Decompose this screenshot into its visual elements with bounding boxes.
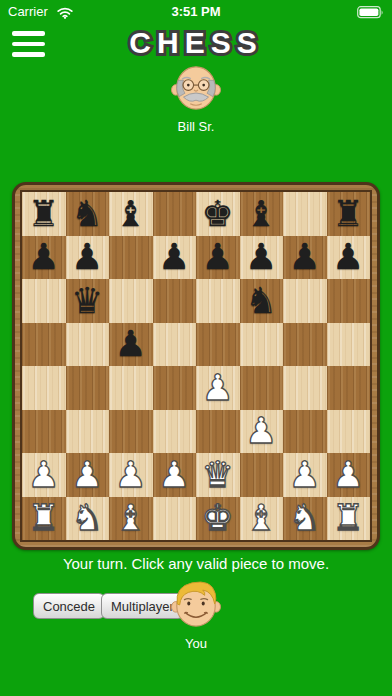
piece-wp[interactable]: ♟ xyxy=(71,457,103,493)
piece-wp[interactable]: ♟ xyxy=(158,457,190,493)
piece-bp[interactable]: ♟ xyxy=(71,239,103,275)
square-f2[interactable] xyxy=(240,453,284,497)
square-c8[interactable]: ♝ xyxy=(109,192,153,236)
square-g7[interactable]: ♟ xyxy=(283,236,327,280)
square-g4[interactable] xyxy=(283,366,327,410)
piece-wp[interactable]: ♟ xyxy=(245,413,277,449)
piece-bp[interactable]: ♟ xyxy=(28,239,60,275)
square-f6[interactable]: ♞ xyxy=(240,279,284,323)
piece-bq[interactable]: ♛ xyxy=(71,283,103,319)
piece-bn[interactable]: ♞ xyxy=(245,283,277,319)
square-h8[interactable]: ♜ xyxy=(327,192,371,236)
square-d6[interactable] xyxy=(153,279,197,323)
square-h3[interactable] xyxy=(327,410,371,454)
status-bar: Carrier 3:51 PM xyxy=(0,0,392,22)
square-c1[interactable]: ♝ xyxy=(109,497,153,541)
opponent-name: Bill Sr. xyxy=(178,119,215,134)
square-d3[interactable] xyxy=(153,410,197,454)
square-e8[interactable]: ♚ xyxy=(196,192,240,236)
piece-bb[interactable]: ♝ xyxy=(245,196,277,232)
opponent-panel: Bill Sr. xyxy=(0,62,392,134)
square-a3[interactable] xyxy=(22,410,66,454)
player-name: You xyxy=(185,636,207,651)
square-a1[interactable]: ♜ xyxy=(22,497,66,541)
square-f7[interactable]: ♟ xyxy=(240,236,284,280)
square-b4[interactable] xyxy=(66,366,110,410)
piece-wr[interactable]: ♜ xyxy=(332,500,364,536)
piece-wp[interactable]: ♟ xyxy=(115,457,147,493)
square-c5[interactable]: ♟ xyxy=(109,323,153,367)
square-d1[interactable] xyxy=(153,497,197,541)
square-e7[interactable]: ♟ xyxy=(196,236,240,280)
square-h2[interactable]: ♟ xyxy=(327,453,371,497)
piece-wk[interactable]: ♚ xyxy=(202,500,234,536)
piece-bk[interactable]: ♚ xyxy=(202,196,234,232)
piece-wp[interactable]: ♟ xyxy=(332,457,364,493)
square-e5[interactable] xyxy=(196,323,240,367)
square-d2[interactable]: ♟ xyxy=(153,453,197,497)
opponent-avatar xyxy=(171,62,221,116)
square-h5[interactable] xyxy=(327,323,371,367)
square-e3[interactable] xyxy=(196,410,240,454)
square-d7[interactable]: ♟ xyxy=(153,236,197,280)
square-c2[interactable]: ♟ xyxy=(109,453,153,497)
piece-bp[interactable]: ♟ xyxy=(115,326,147,362)
turn-status-message: Your turn. Click any valid piece to move… xyxy=(0,555,392,572)
app-screen: Carrier 3:51 PM CHESS CHESS xyxy=(0,0,392,696)
piece-wp[interactable]: ♟ xyxy=(202,370,234,406)
clock-time: 3:51 PM xyxy=(0,4,392,19)
piece-bp[interactable]: ♟ xyxy=(158,239,190,275)
square-d8[interactable] xyxy=(153,192,197,236)
piece-wp[interactable]: ♟ xyxy=(289,457,321,493)
piece-wp[interactable]: ♟ xyxy=(28,457,60,493)
square-f8[interactable]: ♝ xyxy=(240,192,284,236)
square-a8[interactable]: ♜ xyxy=(22,192,66,236)
square-h1[interactable]: ♜ xyxy=(327,497,371,541)
piece-br[interactable]: ♜ xyxy=(332,196,364,232)
square-g1[interactable]: ♞ xyxy=(283,497,327,541)
player-panel: You xyxy=(0,577,392,651)
square-b3[interactable] xyxy=(66,410,110,454)
square-d4[interactable] xyxy=(153,366,197,410)
piece-bb[interactable]: ♝ xyxy=(115,196,147,232)
piece-wb[interactable]: ♝ xyxy=(115,500,147,536)
battery-icon xyxy=(357,5,384,23)
piece-bp[interactable]: ♟ xyxy=(289,239,321,275)
square-a2[interactable]: ♟ xyxy=(22,453,66,497)
square-b5[interactable] xyxy=(66,323,110,367)
square-b2[interactable]: ♟ xyxy=(66,453,110,497)
square-c7[interactable] xyxy=(109,236,153,280)
piece-bp[interactable]: ♟ xyxy=(202,239,234,275)
square-b6[interactable]: ♛ xyxy=(66,279,110,323)
square-h6[interactable] xyxy=(327,279,371,323)
square-e2[interactable]: ♛ xyxy=(196,453,240,497)
square-b7[interactable]: ♟ xyxy=(66,236,110,280)
square-f3[interactable]: ♟ xyxy=(240,410,284,454)
square-h7[interactable]: ♟ xyxy=(327,236,371,280)
piece-bn[interactable]: ♞ xyxy=(71,196,103,232)
square-b1[interactable]: ♞ xyxy=(66,497,110,541)
square-g3[interactable] xyxy=(283,410,327,454)
square-e4[interactable]: ♟ xyxy=(196,366,240,410)
square-f1[interactable]: ♝ xyxy=(240,497,284,541)
player-avatar xyxy=(171,577,221,633)
square-a6[interactable] xyxy=(22,279,66,323)
piece-wr[interactable]: ♜ xyxy=(28,500,60,536)
square-e6[interactable] xyxy=(196,279,240,323)
chess-board: ♜♞♝♚♝♜♟♟♟♟♟♟♟♛♞♟♟♟♟♟♟♟♛♟♟♜♞♝♚♝♞♜ xyxy=(20,190,372,542)
square-a7[interactable]: ♟ xyxy=(22,236,66,280)
piece-bp[interactable]: ♟ xyxy=(332,239,364,275)
square-g8[interactable] xyxy=(283,192,327,236)
square-f5[interactable] xyxy=(240,323,284,367)
square-c4[interactable] xyxy=(109,366,153,410)
square-a5[interactable] xyxy=(22,323,66,367)
square-b8[interactable]: ♞ xyxy=(66,192,110,236)
piece-wq[interactable]: ♛ xyxy=(202,457,234,493)
piece-wn[interactable]: ♞ xyxy=(289,500,321,536)
square-c3[interactable] xyxy=(109,410,153,454)
square-g6[interactable] xyxy=(283,279,327,323)
piece-wn[interactable]: ♞ xyxy=(71,500,103,536)
square-h4[interactable] xyxy=(327,366,371,410)
piece-bp[interactable]: ♟ xyxy=(245,239,277,275)
square-a4[interactable] xyxy=(22,366,66,410)
piece-br[interactable]: ♜ xyxy=(28,196,60,232)
chess-board-frame: ♜♞♝♚♝♜♟♟♟♟♟♟♟♛♞♟♟♟♟♟♟♟♛♟♟♜♞♝♚♝♞♜ xyxy=(12,182,380,550)
square-f4[interactable] xyxy=(240,366,284,410)
square-d5[interactable] xyxy=(153,323,197,367)
piece-wb[interactable]: ♝ xyxy=(245,500,277,536)
square-c6[interactable] xyxy=(109,279,153,323)
app-title: CHESS CHESS xyxy=(0,26,392,64)
square-g5[interactable] xyxy=(283,323,327,367)
square-e1[interactable]: ♚ xyxy=(196,497,240,541)
square-g2[interactable]: ♟ xyxy=(283,453,327,497)
